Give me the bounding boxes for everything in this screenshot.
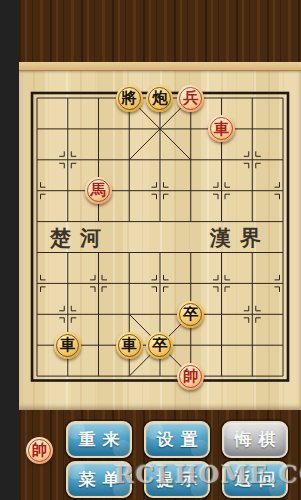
piece-char: 卒 — [183, 306, 199, 322]
turn-indicator-char: 帥 — [32, 442, 48, 458]
hint-button[interactable]: 提示 — [144, 461, 210, 498]
piece-char: 車 — [121, 337, 137, 353]
piece-black-車[interactable]: 車 — [116, 332, 143, 359]
xiangqi-board[interactable]: 楚河 漢界 將炮兵車馬卒車車卒帥 — [19, 62, 301, 410]
piece-char: 將 — [121, 90, 137, 106]
menu-button[interactable]: 菜单 — [66, 461, 132, 498]
pieces-grid[interactable]: 將炮兵車馬卒車車卒帥 — [22, 83, 299, 392]
xiangqi-app: 楚河 漢界 將炮兵車馬卒車車卒帥 帥 重来 设置 悔棋 菜单 提示 返回 RCL… — [19, 0, 301, 500]
piece-char: 兵 — [183, 90, 199, 106]
turn-indicator-red-general: 帥 — [26, 437, 53, 464]
piece-char: 馬 — [91, 182, 107, 198]
button-panel: 重来 设置 悔棋 菜单 提示 返回 — [66, 421, 288, 498]
piece-char: 車 — [214, 121, 230, 137]
piece-black-將[interactable]: 將 — [116, 85, 143, 112]
piece-black-車[interactable]: 車 — [54, 332, 81, 359]
piece-char: 炮 — [152, 90, 168, 106]
piece-red-馬[interactable]: 馬 — [85, 177, 112, 204]
piece-black-炮[interactable]: 炮 — [146, 85, 173, 112]
piece-red-兵[interactable]: 兵 — [177, 85, 204, 112]
piece-black-卒[interactable]: 卒 — [146, 332, 173, 359]
undo-button[interactable]: 悔棋 — [222, 421, 288, 458]
piece-black-卒[interactable]: 卒 — [177, 301, 204, 328]
piece-red-車[interactable]: 車 — [208, 115, 235, 142]
piece-char: 卒 — [152, 337, 168, 353]
restart-button[interactable]: 重来 — [66, 421, 132, 458]
piece-char: 車 — [60, 337, 76, 353]
piece-red-帥[interactable]: 帥 — [177, 363, 204, 390]
piece-char: 帥 — [183, 368, 199, 384]
settings-button[interactable]: 设置 — [144, 421, 210, 458]
back-button[interactable]: 返回 — [222, 461, 288, 498]
